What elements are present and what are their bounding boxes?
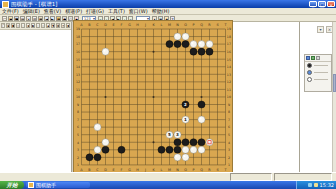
stone-highlight	[192, 42, 194, 44]
coord-label-top: C	[96, 23, 99, 27]
star-point	[153, 96, 155, 98]
coord-label-left: 2	[77, 156, 79, 160]
back10-icon[interactable]: ‹	[21, 23, 25, 28]
stone-white-R17	[206, 41, 213, 48]
coord-label-bottom: J	[144, 168, 146, 172]
left-panel-toolbar: □▣■«‹◀▶›»▲▼▦≡◆	[0, 22, 71, 30]
stone-black-Q16	[198, 48, 205, 55]
coord-label-bottom: M	[168, 168, 171, 172]
stone-white-Q7	[198, 116, 205, 123]
panel-header-icons: ▾×	[317, 26, 333, 33]
star-point	[201, 96, 203, 98]
coord-label-right: 8	[228, 110, 230, 114]
coord-label-bottom: R	[208, 168, 211, 172]
tree-tool-icon[interactable]	[316, 56, 320, 60]
coord-label-right: 15	[227, 58, 231, 62]
coord-label-left: 10	[76, 95, 80, 99]
back1-icon[interactable]: ◀	[26, 23, 30, 28]
coord-label-top: M	[168, 23, 171, 27]
coord-label-left: 8	[77, 110, 79, 114]
stone-highlight	[184, 35, 186, 37]
stone-black-P4	[190, 139, 197, 146]
stone-highlight	[96, 125, 98, 127]
coord-label-right: 4	[228, 141, 230, 145]
coord-label-top: J	[144, 23, 146, 27]
coord-label-right: 2	[228, 156, 230, 160]
coord-label-left: 18	[76, 35, 80, 39]
stone-white-P3	[190, 146, 197, 153]
right-panel-scrollbar[interactable]	[332, 22, 336, 172]
game-list-area[interactable]	[0, 30, 71, 172]
coord-label-top: S	[216, 23, 218, 27]
tray-icon[interactable]	[308, 183, 312, 187]
app-window: 围棋助手 - [棋谱1] _□× 文件(F)编辑(E)查看(V)棋谱(P)打谱(…	[0, 0, 336, 189]
coord-label-left: 11	[76, 88, 80, 92]
star-point	[105, 96, 107, 98]
tree-node-icon	[307, 70, 312, 75]
stone-black-O4	[182, 139, 189, 146]
maximize-button[interactable]: □	[318, 1, 326, 7]
coord-label-top: B	[88, 23, 91, 27]
stone-highlight	[176, 155, 178, 157]
coord-label-right: 17	[227, 42, 231, 46]
tree-tool-icon[interactable]	[311, 56, 315, 60]
list-save-icon[interactable]: ■	[11, 23, 15, 28]
coord-label-left: 5	[77, 133, 79, 137]
coord-label-left: 17	[76, 42, 80, 46]
board-grid: AA1919BB1818CC1717DD1616EE1515FF1414GG13…	[74, 21, 232, 176]
stone-highlight	[192, 148, 194, 150]
tree-node-row[interactable]	[305, 62, 331, 69]
star-point	[153, 141, 155, 143]
menu-item-0[interactable]: 文件(F)	[2, 8, 19, 14]
stone-black-N3	[174, 146, 181, 153]
fwd1-icon[interactable]: ▶	[31, 23, 35, 28]
taskbar-app-icon	[28, 182, 34, 188]
stone-white-O3	[182, 146, 189, 153]
coord-label-top: E	[112, 23, 114, 27]
coord-label-top: A	[80, 23, 83, 27]
coord-label-bottom: E	[112, 168, 114, 172]
list-open-icon[interactable]: ▣	[6, 23, 10, 28]
coord-label-left: 15	[76, 58, 80, 62]
coord-label-right: 5	[228, 133, 230, 137]
coord-label-left: 13	[76, 73, 80, 77]
menu-item-2[interactable]: 查看(V)	[44, 8, 61, 14]
coord-label-top: N	[176, 23, 179, 27]
variation-tree-panel: ▾×	[299, 22, 336, 172]
coord-label-top: K	[152, 23, 155, 27]
coord-label-top: G	[128, 23, 131, 27]
stone-black-M17	[166, 41, 173, 48]
minimize-button[interactable]: _	[309, 1, 317, 7]
paste-icon[interactable]: ▦	[38, 16, 43, 21]
coord-label-left: 9	[77, 103, 79, 107]
mark-b-icon[interactable]: ▼	[51, 23, 55, 28]
coord-label-bottom: C	[96, 168, 99, 172]
coord-label-bottom: K	[152, 168, 155, 172]
menu-item-4[interactable]: 打谱(G)	[86, 8, 104, 14]
tray-clock: 15:32	[320, 182, 334, 188]
app-icon	[2, 1, 9, 8]
stone-black-L3	[158, 146, 165, 153]
coord-label-bottom: T	[223, 168, 227, 172]
coord-label-top: T	[223, 23, 227, 27]
goto-end-icon[interactable]: »	[41, 23, 45, 28]
stone-highlight	[96, 148, 98, 150]
status-bar	[0, 172, 336, 181]
close-button[interactable]: ×	[327, 1, 335, 7]
menu-item-6[interactable]: 窗口(W)	[129, 8, 148, 14]
status-cell	[230, 173, 272, 181]
start-button[interactable]: 开始	[0, 181, 24, 189]
goban[interactable]: AA1919BB1818CC1717DD1616EE1515FF1414GG13…	[73, 20, 233, 177]
pin-icon[interactable]: ▾	[317, 26, 324, 33]
open-icon[interactable]: ▣	[8, 16, 13, 21]
coord-label-bottom: L	[161, 168, 163, 172]
stone-white-C6	[94, 124, 101, 131]
stone-black-F3	[118, 146, 125, 153]
window-title: 围棋助手 - [棋谱1]	[11, 0, 57, 8]
coord-label-left: 6	[77, 125, 79, 129]
coord-label-bottom: Q	[200, 168, 203, 172]
tree-node-icon	[307, 63, 312, 68]
move-number-label: 3	[176, 132, 179, 137]
coord-label-right: 18	[227, 35, 231, 39]
scrollbar-thumb[interactable]	[333, 74, 336, 92]
coord-label-left: 12	[76, 80, 80, 84]
goto-start-icon[interactable]: «	[16, 23, 20, 28]
coord-label-top: P	[192, 23, 194, 27]
window-controls: _□×	[309, 1, 335, 7]
coord-label-top: H	[136, 23, 139, 27]
coord-label-right: 16	[227, 50, 231, 54]
stone-highlight	[104, 140, 106, 142]
coord-label-top: L	[161, 23, 163, 27]
stone-white-C3	[94, 146, 101, 153]
stone-white-P17	[190, 41, 197, 48]
stone-black-N4	[174, 139, 181, 146]
menu-item-3[interactable]: 棋谱(P)	[65, 8, 82, 14]
cut-icon[interactable]: ✕	[26, 16, 31, 21]
stone-white-D4	[102, 139, 109, 146]
stone-highlight	[200, 118, 202, 120]
stone-black-Q4	[198, 139, 205, 146]
coord-label-top: Q	[200, 23, 203, 27]
stone-highlight	[184, 148, 186, 150]
black-stone-icon[interactable]: ●	[62, 16, 67, 21]
coord-label-bottom: D	[104, 168, 107, 172]
stone-highlight	[200, 42, 202, 44]
stone-white-N2	[174, 154, 181, 161]
note-icon[interactable]: ≡	[61, 23, 65, 28]
stone-highlight	[176, 35, 178, 37]
undo-icon[interactable]: ◀	[44, 16, 49, 21]
stone-white-D16	[102, 48, 109, 55]
stone-black-Q9	[198, 101, 205, 108]
move-number-label: 1	[184, 117, 187, 122]
coord-label-top: F	[121, 23, 123, 27]
stone-white-Q3	[198, 146, 205, 153]
list-new-icon[interactable]: □	[1, 23, 5, 28]
coord-label-bottom: N	[176, 168, 179, 172]
coord-label-top: O	[184, 23, 187, 27]
tree-box[interactable]	[304, 54, 332, 92]
coord-label-bottom: H	[136, 168, 139, 172]
tree-node-icon	[307, 77, 312, 82]
stone-highlight	[184, 155, 186, 157]
coord-label-bottom: S	[216, 168, 218, 172]
coord-label-right: 14	[227, 65, 231, 69]
coord-label-right: 13	[227, 73, 231, 77]
coord-label-right: 19	[227, 27, 231, 31]
status-cell	[274, 173, 332, 181]
title-bar: 围棋助手 - [棋谱1] _□×	[0, 0, 336, 8]
stone-white-O2	[182, 154, 189, 161]
game-list-panel: □▣■«‹◀▶›»▲▼▦≡◆	[0, 22, 72, 172]
taskbar: 开始 围棋助手 15:32	[0, 181, 336, 189]
stone-white-O18	[182, 33, 189, 40]
coord-label-bottom: O	[184, 168, 187, 172]
board-icon[interactable]: ▦	[56, 16, 61, 21]
taskbar-app-button[interactable]: 围棋助手	[26, 182, 90, 188]
coord-label-left: 4	[77, 141, 79, 145]
move-number-label: 5	[168, 132, 171, 137]
flag-icon[interactable]: ◆	[66, 23, 70, 28]
move-number-label: 2	[184, 102, 187, 107]
stone-black-M3	[166, 146, 173, 153]
system-tray: 15:32	[296, 181, 336, 189]
menu-item-7[interactable]: 帮助(H)	[152, 8, 170, 14]
stone-highlight	[208, 42, 210, 44]
coord-label-left: 14	[76, 65, 80, 69]
menu-item-5[interactable]: 工具(T)	[108, 8, 125, 14]
coord-label-right: 10	[227, 95, 231, 99]
coord-label-right: 9	[228, 103, 230, 107]
coord-label-left: 3	[77, 148, 79, 152]
mark-a-icon[interactable]: ▲	[46, 23, 50, 28]
coord-label-right: 11	[227, 88, 231, 92]
redo-icon[interactable]: ▶	[50, 16, 55, 21]
star-point	[153, 51, 155, 53]
coord-label-right: 6	[228, 125, 230, 129]
coord-label-right: 12	[227, 80, 231, 84]
stone-black-P16	[190, 48, 197, 55]
tree-node-row[interactable]	[305, 76, 331, 83]
stone-black-B2	[86, 154, 93, 161]
fwd10-icon[interactable]: ›	[36, 23, 40, 28]
stone-black-O17	[182, 41, 189, 48]
new-icon[interactable]: □	[2, 16, 7, 21]
grid-icon[interactable]: ▦	[56, 23, 60, 28]
stone-white-Q17	[198, 41, 205, 48]
tray-icon[interactable]	[314, 183, 318, 187]
coord-label-right: 1	[228, 163, 230, 167]
stone-highlight	[104, 50, 106, 52]
tree-tool-icon[interactable]	[306, 56, 310, 60]
coord-label-right: 7	[228, 118, 230, 122]
coord-label-bottom: F	[121, 168, 123, 172]
menu-bar: 文件(F)编辑(E)查看(V)棋谱(P)打谱(G)工具(T)窗口(W)帮助(H)	[0, 8, 336, 15]
tree-toolbar	[305, 55, 331, 62]
stone-white-N18	[174, 33, 181, 40]
coord-label-right: 3	[228, 148, 230, 152]
stone-white-R4	[206, 139, 213, 146]
coord-label-left: 16	[76, 50, 80, 54]
stone-highlight	[200, 148, 202, 150]
menu-item-1[interactable]: 编辑(E)	[23, 8, 40, 14]
stone-black-N17	[174, 41, 181, 48]
copy-icon[interactable]: ▥	[32, 16, 37, 21]
coord-label-bottom: B	[88, 168, 91, 172]
stone-black-R16	[206, 48, 213, 55]
coord-label-top: D	[104, 23, 107, 27]
coord-label-bottom: G	[128, 168, 131, 172]
stone-black-C2	[94, 154, 101, 161]
save-icon[interactable]: ■	[14, 16, 19, 21]
coord-label-left: 1	[77, 163, 79, 167]
coord-label-bottom: P	[192, 168, 194, 172]
coord-label-left: 19	[76, 27, 80, 31]
coord-label-top: R	[208, 23, 211, 27]
stone-black-D3	[102, 146, 109, 153]
print-icon[interactable]: ▤	[20, 16, 25, 21]
coord-label-left: 7	[77, 118, 79, 122]
board-area: AA1919BB1818CC1717DD1616EE1515FF1414GG13…	[73, 22, 299, 172]
tree-node-row[interactable]	[305, 69, 331, 76]
coord-label-bottom: A	[80, 168, 83, 172]
